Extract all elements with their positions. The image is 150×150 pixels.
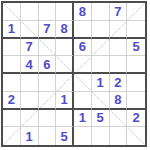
cell-r8c2[interactable]: 1 [21,127,39,145]
cell-r3c6[interactable] [92,39,110,57]
cell-r6c2[interactable] [21,92,39,110]
cell-r1c7[interactable]: 7 [110,3,128,21]
cell-r2c6[interactable] [92,21,110,39]
cell-r1c6[interactable] [92,3,110,21]
cell-r8c6[interactable] [92,127,110,145]
cell-r8c3[interactable] [39,127,57,145]
cell-r7c1[interactable] [3,110,21,128]
cell-r3c8[interactable]: 5 [127,39,145,57]
cell-r4c3[interactable]: 6 [39,56,57,74]
cell-r2c7[interactable] [110,21,128,39]
cell-r3c3[interactable] [39,39,57,57]
sudoku-board: 87178765461221815215 [1,1,147,147]
cell-r2c8[interactable] [127,21,145,39]
cell-r4c1[interactable] [3,56,21,74]
cell-r4c2[interactable]: 4 [21,56,39,74]
cell-r5c5[interactable] [74,74,92,92]
cell-r5c6[interactable]: 1 [92,74,110,92]
cell-r6c4[interactable]: 1 [56,92,74,110]
cell-r5c4[interactable] [56,74,74,92]
cell-r4c4[interactable] [56,56,74,74]
cell-r8c8[interactable] [127,127,145,145]
cell-r4c7[interactable] [110,56,128,74]
cell-r3c4[interactable] [56,39,74,57]
cell-r7c5[interactable]: 1 [74,110,92,128]
cell-r3c5[interactable]: 6 [74,39,92,57]
cell-r2c4[interactable]: 8 [56,21,74,39]
cell-r8c5[interactable] [74,127,92,145]
cell-r7c2[interactable] [21,110,39,128]
cell-r7c7[interactable] [110,110,128,128]
cell-r7c8[interactable]: 2 [127,110,145,128]
cell-r3c2[interactable]: 7 [21,39,39,57]
cell-r3c7[interactable] [110,39,128,57]
cell-r7c3[interactable] [39,110,57,128]
cell-r6c7[interactable]: 8 [110,92,128,110]
cell-r6c5[interactable] [74,92,92,110]
cell-r2c3[interactable]: 7 [39,21,57,39]
cell-r6c6[interactable] [92,92,110,110]
cell-r8c4[interactable]: 5 [56,127,74,145]
cell-r2c1[interactable]: 1 [3,21,21,39]
cell-r1c2[interactable] [21,3,39,21]
cell-r1c4[interactable] [56,3,74,21]
cell-r2c5[interactable] [74,21,92,39]
cell-r1c3[interactable] [39,3,57,21]
cell-r8c1[interactable] [3,127,21,145]
cell-r1c8[interactable] [127,3,145,21]
cell-r4c5[interactable] [74,56,92,74]
cell-r5c8[interactable] [127,74,145,92]
cell-r5c1[interactable] [3,74,21,92]
cell-r5c2[interactable] [21,74,39,92]
cell-r5c3[interactable] [39,74,57,92]
cell-r2c2[interactable] [21,21,39,39]
cell-r4c6[interactable] [92,56,110,74]
cell-r1c1[interactable] [3,3,21,21]
cell-r7c4[interactable] [56,110,74,128]
cell-r5c7[interactable]: 2 [110,74,128,92]
cell-r6c8[interactable] [127,92,145,110]
cell-r6c1[interactable]: 2 [3,92,21,110]
cell-r4c8[interactable] [127,56,145,74]
cell-r7c6[interactable]: 5 [92,110,110,128]
cell-r3c1[interactable] [3,39,21,57]
cell-r8c7[interactable] [110,127,128,145]
cell-r6c3[interactable] [39,92,57,110]
sudoku-board-wrap: 87178765461221815215 [0,0,150,150]
cell-r1c5[interactable]: 8 [74,3,92,21]
